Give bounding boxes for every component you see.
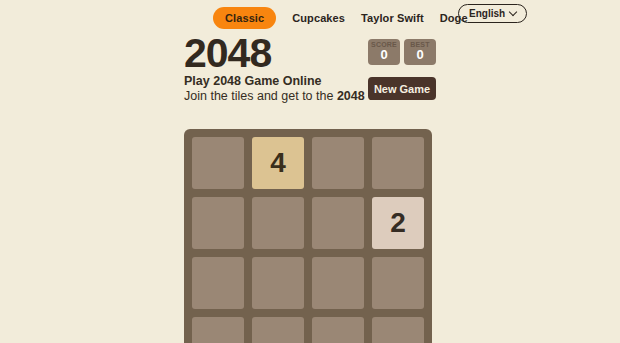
best-box: BEST 0	[404, 39, 436, 65]
empty-cell	[192, 197, 244, 249]
nav-tab-taylor-swift[interactable]: Taylor Swift	[361, 7, 424, 29]
game-board[interactable]: 42	[184, 129, 432, 343]
empty-cell	[312, 257, 364, 309]
best-value: 0	[416, 48, 423, 62]
empty-cell	[192, 257, 244, 309]
tile-4: 4	[252, 137, 304, 189]
nav-tab-classic[interactable]: Classic	[213, 7, 276, 29]
page-title: 2048	[184, 33, 271, 74]
empty-cell	[372, 257, 424, 309]
nav-tab-cupcakes[interactable]: Cupcakes	[292, 7, 345, 29]
empty-cell	[192, 137, 244, 189]
empty-cell	[312, 317, 364, 343]
tagline-text: Join the tiles and get to the	[184, 89, 337, 103]
score-value: 0	[380, 48, 387, 62]
language-label: English	[469, 8, 505, 19]
page-subtitle: Play 2048 Game Online	[184, 74, 322, 88]
new-game-button[interactable]: New Game	[368, 77, 436, 100]
scoreboard: SCORE 0 BEST 0	[368, 39, 436, 65]
score-box: SCORE 0	[368, 39, 400, 65]
top-nav: ClassicCupcakesTaylor SwiftDoge	[213, 7, 468, 29]
empty-cell	[372, 137, 424, 189]
empty-cell	[252, 197, 304, 249]
empty-cell	[312, 137, 364, 189]
empty-cell	[192, 317, 244, 343]
language-selector[interactable]: English	[458, 4, 527, 23]
empty-cell	[372, 317, 424, 343]
tagline: Join the tiles and get to the 2048 tile!	[184, 89, 390, 103]
tile-2: 2	[372, 197, 424, 249]
empty-cell	[252, 317, 304, 343]
empty-cell	[312, 197, 364, 249]
empty-cell	[252, 257, 304, 309]
chevron-down-icon	[509, 8, 517, 16]
